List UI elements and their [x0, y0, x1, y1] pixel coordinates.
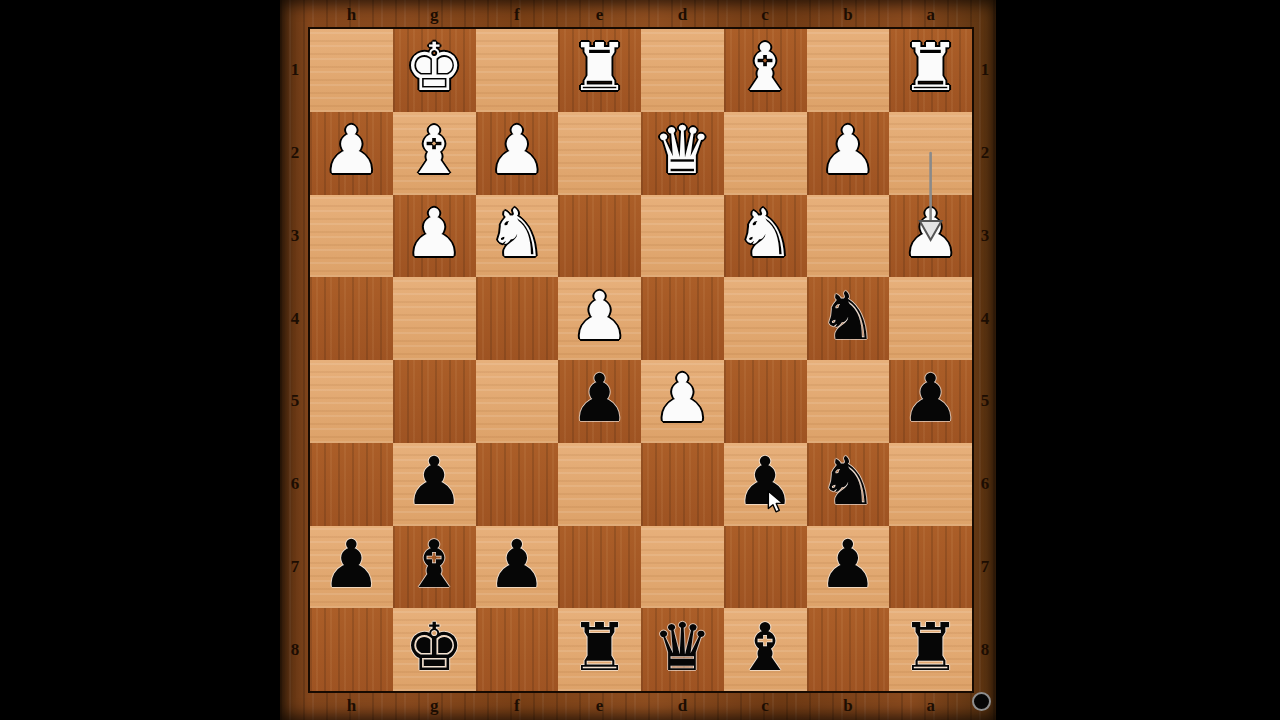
square-d1[interactable] [641, 29, 724, 112]
side-to-move-dot [972, 692, 991, 711]
square-d2[interactable]: ♛ [641, 112, 724, 195]
square-d5[interactable]: ♟ [641, 360, 724, 443]
square-g4[interactable] [393, 277, 476, 360]
square-a7[interactable] [889, 526, 972, 609]
file-label-f: f [476, 0, 559, 29]
rank-labels-left: 12345678 [280, 29, 310, 691]
piece-black-knight: ♞ [818, 441, 877, 523]
square-d7[interactable] [641, 526, 724, 609]
square-e8[interactable]: ♜ [558, 608, 641, 691]
square-g5[interactable] [393, 360, 476, 443]
square-d3[interactable] [641, 195, 724, 278]
file-label-h: h [310, 0, 393, 29]
square-a6[interactable] [889, 443, 972, 526]
square-c3[interactable]: ♞ [724, 195, 807, 278]
square-g1[interactable]: ♚ [393, 29, 476, 112]
square-f3[interactable]: ♞ [476, 195, 559, 278]
square-g7[interactable]: ♝ [393, 526, 476, 609]
rank-label-4: 4 [974, 277, 996, 360]
piece-white-rook: ♜ [901, 27, 960, 109]
piece-white-pawn: ♟ [653, 358, 712, 440]
rank-label-5: 5 [280, 360, 310, 443]
piece-black-pawn: ♟ [736, 441, 795, 523]
file-label-c: c [724, 0, 807, 29]
piece-white-bishop: ♝ [736, 27, 795, 109]
rank-label-7: 7 [280, 526, 310, 609]
file-label-d: d [641, 0, 724, 29]
square-e2[interactable] [558, 112, 641, 195]
square-a2[interactable] [889, 112, 972, 195]
square-d4[interactable] [641, 277, 724, 360]
piece-black-bishop: ♝ [736, 607, 795, 689]
square-g8[interactable]: ♚ [393, 608, 476, 691]
piece-black-pawn: ♟ [487, 524, 546, 606]
piece-white-queen: ♛ [653, 110, 712, 192]
rank-labels-right: 12345678 [974, 29, 996, 691]
square-h5[interactable] [310, 360, 393, 443]
square-e6[interactable] [558, 443, 641, 526]
square-c8[interactable]: ♝ [724, 608, 807, 691]
square-h1[interactable] [310, 29, 393, 112]
file-label-g: g [393, 691, 476, 720]
square-g3[interactable]: ♟ [393, 195, 476, 278]
wood-frame: hgfedcba hgfedcba 12345678 12345678 ♚♜♝♜… [280, 0, 996, 720]
square-f8[interactable] [476, 608, 559, 691]
piece-white-king: ♚ [405, 27, 464, 109]
square-g6[interactable]: ♟ [393, 443, 476, 526]
piece-black-king: ♚ [405, 607, 464, 689]
piece-white-bishop: ♝ [405, 110, 464, 192]
square-b5[interactable] [807, 360, 890, 443]
background: hgfedcba hgfedcba 12345678 12345678 ♚♜♝♜… [0, 0, 1280, 720]
square-d6[interactable] [641, 443, 724, 526]
file-label-a: a [889, 691, 972, 720]
piece-black-pawn: ♟ [570, 358, 629, 440]
piece-white-knight: ♞ [736, 193, 795, 275]
piece-white-rook: ♜ [570, 27, 629, 109]
rank-label-5: 5 [974, 360, 996, 443]
square-a3[interactable]: ♟ [889, 195, 972, 278]
rank-label-3: 3 [280, 195, 310, 278]
square-h4[interactable] [310, 277, 393, 360]
square-b6[interactable]: ♞ [807, 443, 890, 526]
file-label-e: e [558, 691, 641, 720]
square-h6[interactable] [310, 443, 393, 526]
file-label-e: e [558, 0, 641, 29]
rank-label-2: 2 [280, 112, 310, 195]
square-b2[interactable]: ♟ [807, 112, 890, 195]
piece-black-pawn: ♟ [322, 524, 381, 606]
piece-black-knight: ♞ [818, 276, 877, 358]
square-c5[interactable] [724, 360, 807, 443]
piece-white-pawn: ♟ [405, 193, 464, 275]
square-e5[interactable]: ♟ [558, 360, 641, 443]
file-label-b: b [807, 691, 890, 720]
file-label-h: h [310, 691, 393, 720]
square-h7[interactable]: ♟ [310, 526, 393, 609]
square-c2[interactable] [724, 112, 807, 195]
square-f5[interactable] [476, 360, 559, 443]
piece-black-rook: ♜ [570, 607, 629, 689]
square-a8[interactable]: ♜ [889, 608, 972, 691]
square-e7[interactable] [558, 526, 641, 609]
piece-black-pawn: ♟ [818, 524, 877, 606]
file-labels-bottom: hgfedcba [310, 691, 972, 720]
file-label-a: a [889, 0, 972, 29]
rank-label-7: 7 [974, 526, 996, 609]
square-h2[interactable]: ♟ [310, 112, 393, 195]
square-e1[interactable]: ♜ [558, 29, 641, 112]
square-f1[interactable] [476, 29, 559, 112]
square-b7[interactable]: ♟ [807, 526, 890, 609]
piece-black-bishop: ♝ [405, 524, 464, 606]
square-a1[interactable]: ♜ [889, 29, 972, 112]
square-b1[interactable] [807, 29, 890, 112]
square-c7[interactable] [724, 526, 807, 609]
square-c1[interactable]: ♝ [724, 29, 807, 112]
rank-label-3: 3 [974, 195, 996, 278]
piece-white-pawn: ♟ [818, 110, 877, 192]
piece-white-pawn: ♟ [322, 110, 381, 192]
square-f4[interactable] [476, 277, 559, 360]
square-f7[interactable]: ♟ [476, 526, 559, 609]
rank-label-6: 6 [280, 443, 310, 526]
square-h3[interactable] [310, 195, 393, 278]
rank-label-1: 1 [974, 29, 996, 112]
square-c4[interactable] [724, 277, 807, 360]
piece-black-queen: ♛ [653, 607, 712, 689]
piece-white-knight: ♞ [487, 193, 546, 275]
file-label-b: b [807, 0, 890, 29]
square-a4[interactable] [889, 277, 972, 360]
square-f6[interactable] [476, 443, 559, 526]
rank-label-6: 6 [974, 443, 996, 526]
rank-label-2: 2 [974, 112, 996, 195]
rank-label-8: 8 [280, 608, 310, 691]
square-e3[interactable] [558, 195, 641, 278]
square-a5[interactable]: ♟ [889, 360, 972, 443]
rank-label-8: 8 [974, 608, 996, 691]
square-b4[interactable]: ♞ [807, 277, 890, 360]
piece-white-pawn: ♟ [487, 110, 546, 192]
piece-black-pawn: ♟ [405, 441, 464, 523]
board: ♚♜♝♜♟♝♟♛♟♟♞♞♟♟♞♟♟♟♟♟♞♟♝♟♟♚♜♛♝♜ [310, 29, 972, 691]
square-d8[interactable]: ♛ [641, 608, 724, 691]
square-b3[interactable] [807, 195, 890, 278]
file-labels-top: hgfedcba [310, 0, 972, 29]
square-b8[interactable] [807, 608, 890, 691]
piece-black-rook: ♜ [901, 607, 960, 689]
square-f2[interactable]: ♟ [476, 112, 559, 195]
rank-label-4: 4 [280, 277, 310, 360]
square-c6[interactable]: ♟ [724, 443, 807, 526]
file-label-f: f [476, 691, 559, 720]
square-e4[interactable]: ♟ [558, 277, 641, 360]
square-h8[interactable] [310, 608, 393, 691]
file-label-g: g [393, 0, 476, 29]
piece-white-pawn: ♟ [570, 276, 629, 358]
square-g2[interactable]: ♝ [393, 112, 476, 195]
piece-white-pawn: ♟ [901, 193, 960, 275]
piece-black-pawn: ♟ [901, 358, 960, 440]
rank-label-1: 1 [280, 29, 310, 112]
file-label-c: c [724, 691, 807, 720]
file-label-d: d [641, 691, 724, 720]
